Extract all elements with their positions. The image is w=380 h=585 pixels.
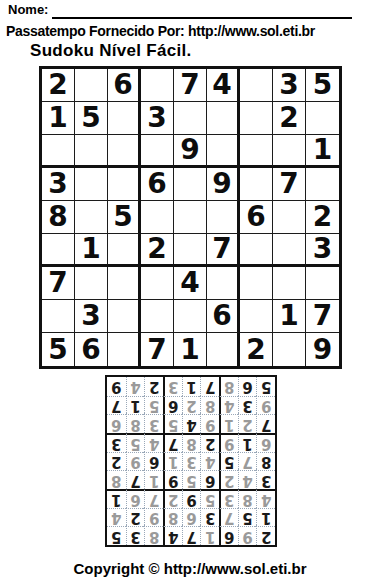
solution-cell-r7c8: 8: [126, 414, 145, 433]
solution-cell-r7c1: 7: [256, 414, 275, 433]
solution-cell-r3c8: 6: [126, 489, 145, 508]
solution-cell-r8c5: 2: [182, 396, 201, 415]
puzzle-cell-r8c8: 1: [273, 300, 306, 333]
puzzle-cell-r3c1: [42, 135, 75, 168]
puzzle-cell-r6c8: [273, 234, 306, 267]
solution-cell-r2c6: 8: [163, 508, 182, 527]
solution-cell-r8c6: 6: [163, 396, 182, 415]
solution-cell-r4c8: 7: [126, 470, 145, 489]
solution-cell-r5c4: 4: [200, 452, 219, 471]
puzzle-cell-r9c1: 5: [42, 333, 75, 366]
puzzle-cell-r5c9: 2: [306, 201, 339, 234]
solution-cell-r4c7: 1: [144, 470, 163, 489]
solution-cell-r4c5: 5: [182, 470, 201, 489]
puzzle-cell-r6c9: 3: [306, 234, 339, 267]
solution-cell-r8c9: 7: [107, 396, 126, 415]
solution-cell-r7c9: 6: [107, 414, 126, 433]
puzzle-cell-r3c2: [75, 135, 108, 168]
puzzle-cell-r5c3: 5: [108, 201, 141, 234]
puzzle-cell-r7c7: [240, 267, 273, 300]
puzzle-cell-r3c6: [207, 135, 240, 168]
puzzle-cell-r6c5: [174, 234, 207, 267]
puzzle-cell-r3c4: [141, 135, 174, 168]
puzzle-cell-r4c4: 6: [141, 168, 174, 201]
puzzle-cell-r1c1: 2: [42, 69, 75, 102]
puzzle-cell-r2c8: 2: [273, 102, 306, 135]
puzzle-cell-r4c5: [174, 168, 207, 201]
puzzle-cell-r9c7: 2: [240, 333, 273, 366]
solution-cell-r6c9: 3: [107, 433, 126, 452]
solution-cell-r4c2: 4: [238, 470, 257, 489]
solution-cell-r1c7: 8: [144, 526, 163, 545]
puzzle-cell-r5c8: [273, 201, 306, 234]
puzzle-cell-r4c6: 9: [207, 168, 240, 201]
puzzle-cell-r4c7: [240, 168, 273, 201]
solution-cell-r5c3: 5: [219, 452, 238, 471]
puzzle-cell-r4c9: [306, 168, 339, 201]
solution-cell-r4c4: 6: [200, 470, 219, 489]
puzzle-cell-r5c6: [207, 201, 240, 234]
solution-cell-r2c9: 4: [107, 508, 126, 527]
puzzle-cell-r8c1: [42, 300, 75, 333]
solution-cell-r9c6: 3: [163, 377, 182, 396]
solution-cell-r3c6: 2: [163, 489, 182, 508]
puzzle-cell-r9c6: [207, 333, 240, 366]
puzzle-cell-r3c8: [273, 135, 306, 168]
solution-cell-r9c3: 8: [219, 377, 238, 396]
solution-cell-r8c1: 9: [256, 396, 275, 415]
solution-cell-r7c6: 5: [163, 414, 182, 433]
copyright-text: Copyright © http://www.sol.eti.br: [0, 560, 380, 577]
puzzle-cell-r2c2: 5: [75, 102, 108, 135]
solution-cell-r1c8: 3: [126, 526, 145, 545]
puzzle-cell-r2c6: [207, 102, 240, 135]
solution-cell-r3c9: 1: [107, 489, 126, 508]
solution-cell-r4c6: 9: [163, 470, 182, 489]
puzzle-cell-r9c5: 1: [174, 333, 207, 366]
solution-cell-r4c9: 8: [107, 470, 126, 489]
puzzle-cell-r1c5: 7: [174, 69, 207, 102]
solution-cell-r1c2: 9: [238, 526, 257, 545]
puzzle-cell-r7c5: 4: [174, 267, 207, 300]
puzzle-cell-r8c9: 7: [306, 300, 339, 333]
puzzle-cell-r7c4: [141, 267, 174, 300]
solution-cell-r6c1: 6: [256, 433, 275, 452]
solution-cell-r3c5: 9: [182, 489, 201, 508]
puzzle-cell-r9c8: [273, 333, 306, 366]
puzzle-cell-r8c2: 3: [75, 300, 108, 333]
puzzle-cell-r3c3: [108, 135, 141, 168]
solution-cell-r8c2: 3: [238, 396, 257, 415]
solution-cell-r5c5: 3: [182, 452, 201, 471]
solution-cell-r8c3: 4: [219, 396, 238, 415]
solution-cell-r1c5: 7: [182, 526, 201, 545]
solution-cell-r6c7: 4: [144, 433, 163, 452]
solution-cell-r5c1: 8: [256, 452, 275, 471]
puzzle-cell-r8c7: [240, 300, 273, 333]
puzzle-cell-r3c7: [240, 135, 273, 168]
solution-cell-r2c8: 2: [126, 508, 145, 527]
puzzle-cell-r1c8: 3: [273, 69, 306, 102]
page-title: Sudoku Nível Fácil.: [30, 41, 192, 61]
solution-cell-r2c1: 1: [256, 508, 275, 527]
solution-cell-r2c2: 5: [238, 508, 257, 527]
provider-line: Passatempo Fornecido Por: http://www.sol…: [6, 23, 315, 39]
puzzle-cell-r2c1: 1: [42, 102, 75, 135]
solution-cell-r7c3: 1: [219, 414, 238, 433]
puzzle-cell-r9c2: 6: [75, 333, 108, 366]
solution-cell-r5c2: 7: [238, 452, 257, 471]
solution-cell-r9c9: 9: [107, 377, 126, 396]
puzzle-cell-r1c4: [141, 69, 174, 102]
solution-cell-r9c8: 4: [126, 377, 145, 396]
solution-cell-r2c3: 7: [219, 508, 238, 527]
puzzle-cell-r3c9: 1: [306, 135, 339, 168]
puzzle-cell-r4c8: 7: [273, 168, 306, 201]
puzzle-cell-r2c7: [240, 102, 273, 135]
solution-cell-r7c7: 3: [144, 414, 163, 433]
puzzle-cell-r9c3: [108, 333, 141, 366]
puzzle-grid: 267435153291369785621273743617567129: [39, 66, 342, 369]
puzzle-cell-r6c3: [108, 234, 141, 267]
solution-cell-r1c4: 1: [200, 526, 219, 545]
solution-cell-r8c4: 8: [200, 396, 219, 415]
solution-cell-r9c1: 5: [256, 377, 275, 396]
puzzle-cell-r7c1: 7: [42, 267, 75, 300]
puzzle-cell-r7c2: [75, 267, 108, 300]
solution-cell-r1c3: 6: [219, 526, 238, 545]
puzzle-cell-r2c4: 3: [141, 102, 174, 135]
solution-cell-r2c4: 3: [200, 508, 219, 527]
puzzle-cell-r2c9: [306, 102, 339, 135]
solution-cell-r1c9: 5: [107, 526, 126, 545]
puzzle-cell-r6c6: 7: [207, 234, 240, 267]
puzzle-cell-r2c3: [108, 102, 141, 135]
puzzle-cell-r1c6: 4: [207, 69, 240, 102]
solution-cell-r5c6: 1: [163, 452, 182, 471]
puzzle-cell-r4c2: [75, 168, 108, 201]
puzzle-page: Nome: Passatempo Fornecido Por: http://w…: [0, 0, 380, 585]
puzzle-cell-r1c3: 6: [108, 69, 141, 102]
name-fill-line: [52, 3, 352, 19]
solution-cell-r8c7: 5: [144, 396, 163, 415]
puzzle-cell-r5c2: [75, 201, 108, 234]
puzzle-cell-r5c5: [174, 201, 207, 234]
solution-cell-r4c1: 3: [256, 470, 275, 489]
puzzle-cell-r7c3: [108, 267, 141, 300]
puzzle-cell-r1c9: 5: [306, 69, 339, 102]
puzzle-cell-r6c4: 2: [141, 234, 174, 267]
puzzle-cell-r5c4: [141, 201, 174, 234]
solution-cell-r1c6: 4: [163, 526, 182, 545]
solution-cell-r6c2: 1: [238, 433, 257, 452]
puzzle-cell-r8c4: [141, 300, 174, 333]
puzzle-cell-r9c9: 9: [306, 333, 339, 366]
solution-grid: 2961748351573689244835927613426591788754…: [105, 375, 277, 547]
puzzle-cell-r5c1: 8: [42, 201, 75, 234]
solution-cell-r2c5: 6: [182, 508, 201, 527]
puzzle-cell-r7c8: [273, 267, 306, 300]
solution-cell-r6c3: 9: [219, 433, 238, 452]
solution-cell-r5c8: 9: [126, 452, 145, 471]
puzzle-cell-r6c1: [42, 234, 75, 267]
solution-cell-r3c4: 5: [200, 489, 219, 508]
solution-cell-r6c6: 7: [163, 433, 182, 452]
solution-cell-r3c1: 4: [256, 489, 275, 508]
puzzle-cell-r8c3: [108, 300, 141, 333]
solution-cell-r9c2: 6: [238, 377, 257, 396]
solution-cell-r7c2: 2: [238, 414, 257, 433]
solution-cell-r5c7: 6: [144, 452, 163, 471]
solution-cell-r9c7: 2: [144, 377, 163, 396]
puzzle-cell-r2c5: [174, 102, 207, 135]
solution-cell-r3c3: 3: [219, 489, 238, 508]
solution-cell-r1c1: 2: [256, 526, 275, 545]
puzzle-cell-r8c5: [174, 300, 207, 333]
puzzle-cell-r8c6: 6: [207, 300, 240, 333]
solution-cell-r9c5: 1: [182, 377, 201, 396]
puzzle-cell-r6c7: [240, 234, 273, 267]
puzzle-cell-r3c5: 9: [174, 135, 207, 168]
puzzle-cell-r4c3: [108, 168, 141, 201]
solution-cell-r5c9: 2: [107, 452, 126, 471]
solution-cell-r2c7: 9: [144, 508, 163, 527]
solution-cell-r4c3: 2: [219, 470, 238, 489]
solution-cell-r6c8: 5: [126, 433, 145, 452]
puzzle-cell-r4c1: 3: [42, 168, 75, 201]
puzzle-cell-r1c7: [240, 69, 273, 102]
solution-cell-r3c2: 8: [238, 489, 257, 508]
solution-cell-r8c8: 1: [126, 396, 145, 415]
solution-cell-r3c7: 7: [144, 489, 163, 508]
puzzle-cell-r7c9: [306, 267, 339, 300]
solution-cell-r9c4: 7: [200, 377, 219, 396]
solution-cell-r7c4: 9: [200, 414, 219, 433]
puzzle-cell-r6c2: 1: [75, 234, 108, 267]
solution-cell-r6c4: 2: [200, 433, 219, 452]
solution-cell-r7c5: 4: [182, 414, 201, 433]
puzzle-cell-r7c6: [207, 267, 240, 300]
solution-cell-r6c5: 8: [182, 433, 201, 452]
name-label: Nome:: [8, 2, 48, 17]
puzzle-cell-r1c2: [75, 69, 108, 102]
puzzle-cell-r5c7: 6: [240, 201, 273, 234]
puzzle-cell-r9c4: 7: [141, 333, 174, 366]
